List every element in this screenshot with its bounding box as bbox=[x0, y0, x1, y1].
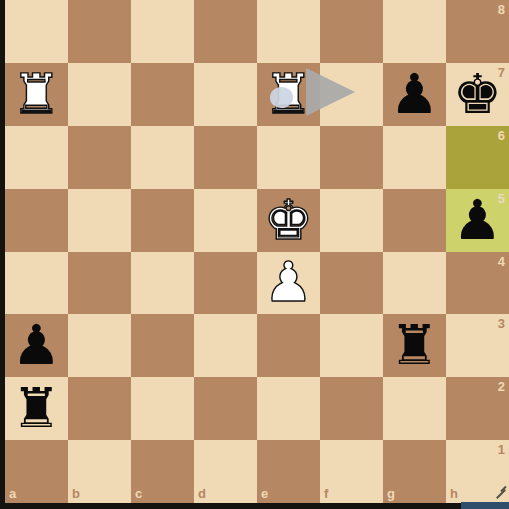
black-rook-a2[interactable]: ♜ bbox=[5, 377, 68, 440]
square-e6[interactable] bbox=[257, 126, 320, 189]
square-b1[interactable]: b bbox=[68, 440, 131, 503]
square-h5[interactable]: 5♟ bbox=[446, 189, 509, 252]
square-e3[interactable] bbox=[257, 314, 320, 377]
file-label-d: d bbox=[198, 486, 206, 501]
square-d7[interactable] bbox=[194, 63, 257, 126]
square-g5[interactable] bbox=[383, 189, 446, 252]
board[interactable]: 8♜♜♟7♚6♚5♟♟4♟♜3♜2abcdefg1h bbox=[5, 0, 509, 503]
square-c1[interactable]: c bbox=[131, 440, 194, 503]
black-pawn-g7[interactable]: ♟ bbox=[383, 63, 446, 126]
white-pawn-e4[interactable]: ♟ bbox=[257, 252, 320, 315]
square-g7[interactable]: ♟ bbox=[383, 63, 446, 126]
file-label-f: f bbox=[324, 486, 328, 501]
rank-label-1: 1 bbox=[498, 442, 505, 457]
square-d8[interactable] bbox=[194, 0, 257, 63]
square-h8[interactable]: 8 bbox=[446, 0, 509, 63]
square-a6[interactable] bbox=[5, 126, 68, 189]
square-c3[interactable] bbox=[131, 314, 194, 377]
square-c7[interactable] bbox=[131, 63, 194, 126]
file-label-b: b bbox=[72, 486, 80, 501]
square-d2[interactable] bbox=[194, 377, 257, 440]
square-b4[interactable] bbox=[68, 252, 131, 315]
square-a1[interactable]: a bbox=[5, 440, 68, 503]
square-g8[interactable] bbox=[383, 0, 446, 63]
square-f3[interactable] bbox=[320, 314, 383, 377]
square-h6[interactable]: 6 bbox=[446, 126, 509, 189]
black-rook-g3[interactable]: ♜ bbox=[383, 314, 446, 377]
black-pawn-a3[interactable]: ♟ bbox=[5, 314, 68, 377]
rank-label-6: 6 bbox=[498, 128, 505, 143]
square-f8[interactable] bbox=[320, 0, 383, 63]
board-resize-handle-icon[interactable] bbox=[492, 486, 507, 499]
rank-label-5: 5 bbox=[498, 191, 505, 206]
square-g6[interactable] bbox=[383, 126, 446, 189]
square-c2[interactable] bbox=[131, 377, 194, 440]
square-c4[interactable] bbox=[131, 252, 194, 315]
square-b5[interactable] bbox=[68, 189, 131, 252]
file-label-a: a bbox=[9, 486, 16, 501]
square-c8[interactable] bbox=[131, 0, 194, 63]
square-h2[interactable]: 2 bbox=[446, 377, 509, 440]
square-c5[interactable] bbox=[131, 189, 194, 252]
white-king-e5[interactable]: ♚ bbox=[257, 189, 320, 252]
square-e4[interactable]: ♟ bbox=[257, 252, 320, 315]
square-f4[interactable] bbox=[320, 252, 383, 315]
square-h3[interactable]: 3 bbox=[446, 314, 509, 377]
square-g3[interactable]: ♜ bbox=[383, 314, 446, 377]
square-d6[interactable] bbox=[194, 126, 257, 189]
square-f5[interactable] bbox=[320, 189, 383, 252]
rank-label-7: 7 bbox=[498, 65, 505, 80]
chess-app-window: 8♜♜♟7♚6♚5♟♟4♟♜3♜2abcdefg1h bbox=[0, 0, 509, 509]
square-b8[interactable] bbox=[68, 0, 131, 63]
hint-arrow-icon bbox=[306, 68, 355, 116]
square-b6[interactable] bbox=[68, 126, 131, 189]
square-b7[interactable] bbox=[68, 63, 131, 126]
rank-label-2: 2 bbox=[498, 379, 505, 394]
file-label-h: h bbox=[450, 486, 458, 501]
square-g4[interactable] bbox=[383, 252, 446, 315]
square-e2[interactable] bbox=[257, 377, 320, 440]
square-a5[interactable] bbox=[5, 189, 68, 252]
square-d5[interactable] bbox=[194, 189, 257, 252]
bottom-right-strip bbox=[461, 502, 509, 509]
square-e1[interactable]: e bbox=[257, 440, 320, 503]
square-b2[interactable] bbox=[68, 377, 131, 440]
square-a7[interactable]: ♜ bbox=[5, 63, 68, 126]
square-c6[interactable] bbox=[131, 126, 194, 189]
rank-label-4: 4 bbox=[498, 254, 505, 269]
square-a3[interactable]: ♟ bbox=[5, 314, 68, 377]
file-label-e: e bbox=[261, 486, 268, 501]
white-rook-a7[interactable]: ♜ bbox=[5, 63, 68, 126]
square-d3[interactable] bbox=[194, 314, 257, 377]
square-f6[interactable] bbox=[320, 126, 383, 189]
file-label-c: c bbox=[135, 486, 142, 501]
square-a2[interactable]: ♜ bbox=[5, 377, 68, 440]
square-d1[interactable]: d bbox=[194, 440, 257, 503]
square-a8[interactable] bbox=[5, 0, 68, 63]
square-g1[interactable]: g bbox=[383, 440, 446, 503]
square-a4[interactable] bbox=[5, 252, 68, 315]
rank-label-8: 8 bbox=[498, 2, 505, 17]
square-f2[interactable] bbox=[320, 377, 383, 440]
drag-ghost-marker bbox=[270, 87, 293, 108]
square-h4[interactable]: 4 bbox=[446, 252, 509, 315]
rank-label-3: 3 bbox=[498, 316, 505, 331]
square-e8[interactable] bbox=[257, 0, 320, 63]
square-d4[interactable] bbox=[194, 252, 257, 315]
square-g2[interactable] bbox=[383, 377, 446, 440]
square-b3[interactable] bbox=[68, 314, 131, 377]
file-label-g: g bbox=[387, 486, 395, 501]
square-f1[interactable]: f bbox=[320, 440, 383, 503]
square-e5[interactable]: ♚ bbox=[257, 189, 320, 252]
square-h7[interactable]: 7♚ bbox=[446, 63, 509, 126]
